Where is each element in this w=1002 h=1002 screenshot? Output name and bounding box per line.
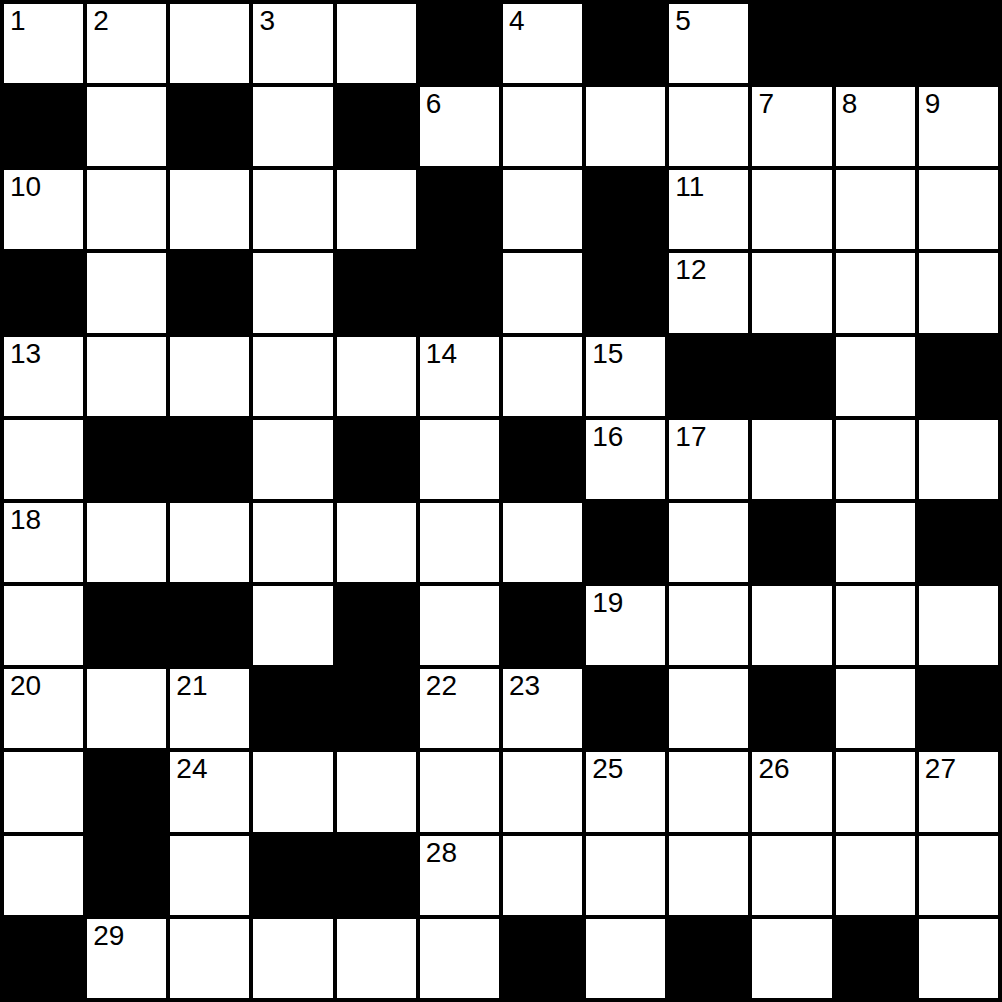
cell-r1c4[interactable]: 3 [253, 4, 332, 83]
cell-r2c10[interactable]: 7 [752, 87, 831, 166]
clue-number-19: 19 [592, 587, 623, 619]
cell-r5c4[interactable] [253, 337, 332, 416]
cell-r9c11[interactable] [836, 669, 915, 748]
cell-r6c8[interactable]: 16 [586, 420, 665, 499]
clue-number-3: 3 [259, 5, 275, 37]
cell-r6c11[interactable] [836, 420, 915, 499]
cell-r3c11[interactable] [836, 170, 915, 249]
block-r4c5 [337, 253, 416, 332]
clue-number-1: 1 [10, 5, 26, 37]
cell-r10c5[interactable] [337, 752, 416, 831]
cell-r12c6[interactable] [420, 919, 499, 998]
cell-r11c8[interactable] [586, 836, 665, 915]
cell-r10c6[interactable] [420, 752, 499, 831]
cell-r2c12[interactable]: 9 [919, 87, 998, 166]
cell-r5c7[interactable] [503, 337, 582, 416]
cell-r7c6[interactable] [420, 503, 499, 582]
cell-r6c4[interactable] [253, 420, 332, 499]
cell-r5c8[interactable]: 15 [586, 337, 665, 416]
block-r1c11 [836, 4, 915, 83]
cell-r10c7[interactable] [503, 752, 582, 831]
clue-number-28: 28 [426, 837, 457, 869]
cell-r9c7[interactable]: 23 [503, 669, 582, 748]
block-r8c5 [337, 586, 416, 665]
cell-r2c11[interactable]: 8 [836, 87, 915, 166]
clue-number-22: 22 [426, 670, 457, 702]
block-r10c2 [87, 752, 166, 831]
cell-r7c3[interactable] [170, 503, 249, 582]
cell-r7c11[interactable] [836, 503, 915, 582]
block-r5c12 [919, 337, 998, 416]
cell-r5c11[interactable] [836, 337, 915, 416]
cell-r11c7[interactable] [503, 836, 582, 915]
block-r9c10 [752, 669, 831, 748]
cell-r2c8[interactable] [586, 87, 665, 166]
block-r8c2 [87, 586, 166, 665]
block-r6c7 [503, 420, 582, 499]
block-r2c1 [4, 87, 83, 166]
cell-r11c12[interactable] [919, 836, 998, 915]
cell-r2c2[interactable] [87, 87, 166, 166]
block-r5c9 [669, 337, 748, 416]
cell-r10c8[interactable]: 25 [586, 752, 665, 831]
cell-r2c7[interactable] [503, 87, 582, 166]
cell-r7c1[interactable]: 18 [4, 503, 83, 582]
cell-r3c4[interactable] [253, 170, 332, 249]
cell-r6c9[interactable]: 17 [669, 420, 748, 499]
block-r4c8 [586, 253, 665, 332]
block-r6c2 [87, 420, 166, 499]
cell-r5c5[interactable] [337, 337, 416, 416]
clue-number-13: 13 [10, 338, 41, 370]
block-r1c10 [752, 4, 831, 83]
clue-number-18: 18 [10, 504, 41, 536]
cell-r7c2[interactable] [87, 503, 166, 582]
block-r4c6 [420, 253, 499, 332]
cell-r6c12[interactable] [919, 420, 998, 499]
cell-r4c11[interactable] [836, 253, 915, 332]
cell-r7c5[interactable] [337, 503, 416, 582]
cell-r11c1[interactable] [4, 836, 83, 915]
cell-r11c11[interactable] [836, 836, 915, 915]
cell-r12c8[interactable] [586, 919, 665, 998]
cell-r10c9[interactable] [669, 752, 748, 831]
cell-r9c9[interactable] [669, 669, 748, 748]
cell-r4c12[interactable] [919, 253, 998, 332]
cell-r4c10[interactable] [752, 253, 831, 332]
clue-number-16: 16 [592, 421, 623, 453]
cell-r8c10[interactable] [752, 586, 831, 665]
clue-number-11: 11 [675, 171, 704, 203]
block-r7c10 [752, 503, 831, 582]
cell-r11c9[interactable] [669, 836, 748, 915]
clue-number-27: 27 [925, 753, 956, 785]
clue-number-7: 7 [758, 88, 774, 120]
cell-r3c12[interactable] [919, 170, 998, 249]
cell-r3c3[interactable] [170, 170, 249, 249]
cell-r1c2[interactable]: 2 [87, 4, 166, 83]
block-r5c10 [752, 337, 831, 416]
cell-r3c9[interactable]: 11 [669, 170, 748, 249]
cell-r12c2[interactable]: 29 [87, 919, 166, 998]
cell-r6c1[interactable] [4, 420, 83, 499]
cell-r6c6[interactable] [420, 420, 499, 499]
block-r9c12 [919, 669, 998, 748]
block-r8c7 [503, 586, 582, 665]
cell-r11c10[interactable] [752, 836, 831, 915]
cell-r11c3[interactable] [170, 836, 249, 915]
block-r12c9 [669, 919, 748, 998]
block-r12c7 [503, 919, 582, 998]
block-r3c6 [420, 170, 499, 249]
clue-number-4: 4 [509, 5, 525, 37]
cell-r12c12[interactable] [919, 919, 998, 998]
clue-number-6: 6 [426, 88, 442, 120]
block-r11c2 [87, 836, 166, 915]
cell-r5c6[interactable]: 14 [420, 337, 499, 416]
cell-r7c9[interactable] [669, 503, 748, 582]
block-r12c1 [4, 919, 83, 998]
cell-r4c2[interactable] [87, 253, 166, 332]
clue-number-15: 15 [592, 338, 623, 370]
cell-r10c3[interactable]: 24 [170, 752, 249, 831]
cell-r5c3[interactable] [170, 337, 249, 416]
clue-number-14: 14 [426, 338, 457, 370]
cell-r4c4[interactable] [253, 253, 332, 332]
cell-r3c1[interactable]: 10 [4, 170, 83, 249]
clue-number-29: 29 [93, 920, 124, 952]
block-r3c8 [586, 170, 665, 249]
cell-r8c1[interactable] [4, 586, 83, 665]
clue-number-24: 24 [176, 753, 207, 785]
cell-r1c7[interactable]: 4 [503, 4, 582, 83]
block-r8c3 [170, 586, 249, 665]
block-r6c5 [337, 420, 416, 499]
cell-r1c3[interactable] [170, 4, 249, 83]
cell-r9c1[interactable]: 20 [4, 669, 83, 748]
cell-r8c9[interactable] [669, 586, 748, 665]
cell-r2c6[interactable]: 6 [420, 87, 499, 166]
block-r9c5 [337, 669, 416, 748]
cell-r12c10[interactable] [752, 919, 831, 998]
clue-number-5: 5 [675, 5, 691, 37]
block-r1c12 [919, 4, 998, 83]
clue-number-12: 12 [675, 254, 706, 286]
cell-r2c4[interactable] [253, 87, 332, 166]
cell-r12c3[interactable] [170, 919, 249, 998]
block-r2c3 [170, 87, 249, 166]
block-r6c3 [170, 420, 249, 499]
cell-r10c10[interactable]: 26 [752, 752, 831, 831]
clue-number-10: 10 [10, 171, 41, 203]
cell-r12c4[interactable] [253, 919, 332, 998]
cell-r1c9[interactable]: 5 [669, 4, 748, 83]
block-r4c1 [4, 253, 83, 332]
cell-r4c7[interactable] [503, 253, 582, 332]
cell-r3c5[interactable] [337, 170, 416, 249]
cell-r11c6[interactable]: 28 [420, 836, 499, 915]
block-r11c5 [337, 836, 416, 915]
block-r1c6 [420, 4, 499, 83]
cell-r9c2[interactable] [87, 669, 166, 748]
cell-r3c7[interactable] [503, 170, 582, 249]
cell-r10c12[interactable]: 27 [919, 752, 998, 831]
cell-r10c11[interactable] [836, 752, 915, 831]
cell-r8c8[interactable]: 19 [586, 586, 665, 665]
cell-r8c6[interactable] [420, 586, 499, 665]
block-r9c8 [586, 669, 665, 748]
cell-r8c11[interactable] [836, 586, 915, 665]
cell-r1c5[interactable] [337, 4, 416, 83]
clue-number-17: 17 [675, 421, 706, 453]
cell-r12c5[interactable] [337, 919, 416, 998]
cell-r10c1[interactable] [4, 752, 83, 831]
cell-r9c6[interactable]: 22 [420, 669, 499, 748]
clue-number-8: 8 [842, 88, 858, 120]
clue-number-23: 23 [509, 670, 540, 702]
cell-r10c4[interactable] [253, 752, 332, 831]
block-r11c4 [253, 836, 332, 915]
cell-r8c12[interactable] [919, 586, 998, 665]
clue-number-21: 21 [176, 670, 207, 702]
block-r2c5 [337, 87, 416, 166]
cell-r6c10[interactable] [752, 420, 831, 499]
cell-r4c9[interactable]: 12 [669, 253, 748, 332]
cell-r5c2[interactable] [87, 337, 166, 416]
cell-r3c2[interactable] [87, 170, 166, 249]
block-r4c3 [170, 253, 249, 332]
cell-r1c1[interactable]: 1 [4, 4, 83, 83]
clue-number-26: 26 [758, 753, 789, 785]
cell-r9c3[interactable]: 21 [170, 669, 249, 748]
cell-r7c4[interactable] [253, 503, 332, 582]
clue-number-25: 25 [592, 753, 623, 785]
clue-number-2: 2 [93, 5, 109, 37]
cell-r7c7[interactable] [503, 503, 582, 582]
cell-r2c9[interactable] [669, 87, 748, 166]
cell-r8c4[interactable] [253, 586, 332, 665]
cell-r3c10[interactable] [752, 170, 831, 249]
block-r7c8 [586, 503, 665, 582]
block-r7c12 [919, 503, 998, 582]
block-r9c4 [253, 669, 332, 748]
clue-number-9: 9 [925, 88, 941, 120]
block-r1c8 [586, 4, 665, 83]
cell-r5c1[interactable]: 13 [4, 337, 83, 416]
block-r12c11 [836, 919, 915, 998]
crossword-board: 1234567891011121314151617181920212223242… [0, 0, 1002, 1002]
clue-number-20: 20 [10, 670, 41, 702]
